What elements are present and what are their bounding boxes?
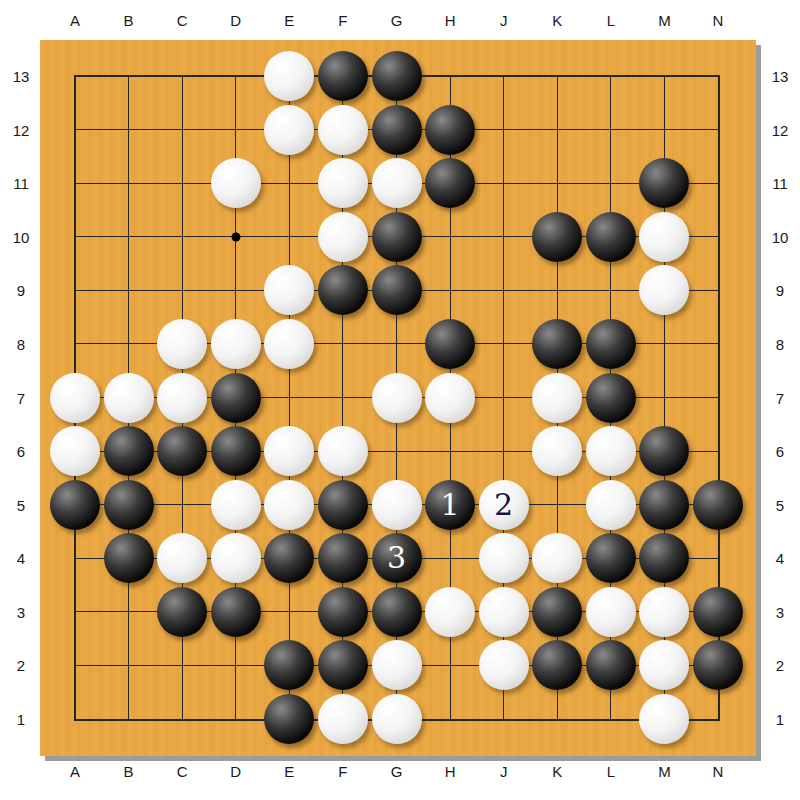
coord-label-bottom-F: F: [338, 763, 347, 780]
coord-label-left-5: 5: [17, 496, 25, 513]
stone-black-K2[interactable]: [532, 640, 582, 690]
stone-black-G12[interactable]: [372, 105, 422, 155]
coord-label-top-M: M: [658, 12, 671, 29]
stone-black-D3[interactable]: [211, 587, 261, 637]
stone-black-L7[interactable]: [586, 373, 636, 423]
coord-label-bottom-A: A: [70, 763, 80, 780]
stone-white-M1[interactable]: [639, 694, 689, 744]
stone-white-K6[interactable]: [532, 426, 582, 476]
stone-white-G11[interactable]: [372, 158, 422, 208]
move-number-2: 2: [494, 490, 513, 520]
coord-label-left-2: 2: [17, 657, 25, 674]
stone-white-H7[interactable]: [425, 373, 475, 423]
coord-label-bottom-K: K: [552, 763, 562, 780]
stone-white-L5[interactable]: [586, 480, 636, 530]
stone-black-H12[interactable]: [425, 105, 475, 155]
stone-black-E2[interactable]: [264, 640, 314, 690]
coord-label-right-8: 8: [776, 335, 784, 352]
coord-label-left-7: 7: [17, 389, 25, 406]
stone-white-M3[interactable]: [639, 587, 689, 637]
coord-label-bottom-D: D: [230, 763, 241, 780]
stone-black-K8[interactable]: [532, 319, 582, 369]
coord-label-bottom-N: N: [713, 763, 724, 780]
stone-black-F9[interactable]: [318, 265, 368, 315]
coord-label-bottom-B: B: [124, 763, 134, 780]
stone-black-H8[interactable]: [425, 319, 475, 369]
coord-label-top-L: L: [607, 12, 615, 29]
stone-white-G5[interactable]: [372, 480, 422, 530]
stone-black-F3[interactable]: [318, 587, 368, 637]
move-number-3: 3: [387, 543, 406, 573]
stone-white-F10[interactable]: [318, 212, 368, 262]
coord-label-top-E: E: [284, 12, 294, 29]
stone-white-H3[interactable]: [425, 587, 475, 637]
stone-white-B7[interactable]: [104, 373, 154, 423]
stone-white-K7[interactable]: [532, 373, 582, 423]
stone-white-J4[interactable]: [479, 533, 529, 583]
coord-label-top-K: K: [552, 12, 562, 29]
coord-label-top-C: C: [177, 12, 188, 29]
stone-black-N3[interactable]: [693, 587, 743, 637]
stone-black-M4[interactable]: [639, 533, 689, 583]
coord-label-left-13: 13: [13, 68, 30, 85]
stone-black-K10[interactable]: [532, 212, 582, 262]
coord-label-right-12: 12: [772, 121, 789, 138]
stone-black-B6[interactable]: [104, 426, 154, 476]
coord-label-top-G: G: [391, 12, 403, 29]
stone-black-N5[interactable]: [693, 480, 743, 530]
coord-label-bottom-E: E: [284, 763, 294, 780]
stone-black-L8[interactable]: [586, 319, 636, 369]
stone-black-G9[interactable]: [372, 265, 422, 315]
stone-white-G1[interactable]: [372, 694, 422, 744]
stone-black-F13[interactable]: [318, 51, 368, 101]
stone-black-L10[interactable]: [586, 212, 636, 262]
stone-white-E5[interactable]: [264, 480, 314, 530]
stone-black-C6[interactable]: [157, 426, 207, 476]
stone-white-E12[interactable]: [264, 105, 314, 155]
stone-black-A5[interactable]: [50, 480, 100, 530]
coord-label-right-4: 4: [776, 550, 784, 567]
coord-label-left-12: 12: [13, 121, 30, 138]
stone-white-M10[interactable]: [639, 212, 689, 262]
stone-black-G4[interactable]: 3: [372, 533, 422, 583]
stone-black-B5[interactable]: [104, 480, 154, 530]
coord-label-left-11: 11: [13, 175, 29, 192]
stone-white-D4[interactable]: [211, 533, 261, 583]
stone-white-M9[interactable]: [639, 265, 689, 315]
coord-label-top-N: N: [713, 12, 724, 29]
coord-label-bottom-L: L: [607, 763, 615, 780]
star-point-D10: [231, 232, 240, 241]
stone-white-J3[interactable]: [479, 587, 529, 637]
stone-white-F6[interactable]: [318, 426, 368, 476]
stone-white-A6[interactable]: [50, 426, 100, 476]
stone-white-G7[interactable]: [372, 373, 422, 423]
stone-black-F2[interactable]: [318, 640, 368, 690]
stone-white-D11[interactable]: [211, 158, 261, 208]
stone-black-G10[interactable]: [372, 212, 422, 262]
stone-white-K4[interactable]: [532, 533, 582, 583]
move-number-1: 1: [441, 490, 460, 520]
coord-label-right-9: 9: [776, 282, 784, 299]
stone-black-G3[interactable]: [372, 587, 422, 637]
stone-black-F5[interactable]: [318, 480, 368, 530]
coord-label-bottom-J: J: [500, 763, 508, 780]
coord-label-top-H: H: [445, 12, 456, 29]
stone-white-A7[interactable]: [50, 373, 100, 423]
coord-label-right-13: 13: [772, 68, 789, 85]
coord-label-bottom-G: G: [391, 763, 403, 780]
stone-black-F4[interactable]: [318, 533, 368, 583]
stone-black-E1[interactable]: [264, 694, 314, 744]
coord-label-right-2: 2: [776, 657, 784, 674]
stone-white-F12[interactable]: [318, 105, 368, 155]
stone-white-E13[interactable]: [264, 51, 314, 101]
coord-label-left-10: 10: [13, 228, 30, 245]
coord-label-left-9: 9: [17, 282, 25, 299]
stone-black-L2[interactable]: [586, 640, 636, 690]
coord-label-top-D: D: [230, 12, 241, 29]
stone-black-E4[interactable]: [264, 533, 314, 583]
coord-label-top-J: J: [500, 12, 508, 29]
stone-black-K3[interactable]: [532, 587, 582, 637]
stone-black-M11[interactable]: [639, 158, 689, 208]
stone-black-G13[interactable]: [372, 51, 422, 101]
stone-white-M2[interactable]: [639, 640, 689, 690]
coord-label-right-11: 11: [772, 175, 788, 192]
go-diagram-page: 123AABBCCDDEEFFGGHHJJKKLLMMNN13131212111…: [0, 0, 800, 800]
stone-white-J5[interactable]: 2: [479, 480, 529, 530]
stone-white-E6[interactable]: [264, 426, 314, 476]
coord-label-right-6: 6: [776, 443, 784, 460]
stone-white-F11[interactable]: [318, 158, 368, 208]
stone-white-F1[interactable]: [318, 694, 368, 744]
coord-label-left-3: 3: [17, 603, 25, 620]
stone-white-L6[interactable]: [586, 426, 636, 476]
coord-label-right-7: 7: [776, 389, 784, 406]
stone-white-C7[interactable]: [157, 373, 207, 423]
coord-label-top-B: B: [124, 12, 134, 29]
coord-label-left-8: 8: [17, 335, 25, 352]
stone-white-C4[interactable]: [157, 533, 207, 583]
stone-black-N2[interactable]: [693, 640, 743, 690]
stone-black-D6[interactable]: [211, 426, 261, 476]
coord-label-bottom-M: M: [658, 763, 671, 780]
stone-white-D8[interactable]: [211, 319, 261, 369]
coord-label-left-6: 6: [17, 443, 25, 460]
stone-white-E8[interactable]: [264, 319, 314, 369]
coord-label-right-3: 3: [776, 603, 784, 620]
coord-label-bottom-C: C: [177, 763, 188, 780]
coord-label-right-10: 10: [772, 228, 789, 245]
stone-white-D5[interactable]: [211, 480, 261, 530]
stone-black-H11[interactable]: [425, 158, 475, 208]
stone-white-J2[interactable]: [479, 640, 529, 690]
stone-black-L4[interactable]: [586, 533, 636, 583]
stone-black-D7[interactable]: [211, 373, 261, 423]
stone-black-M5[interactable]: [639, 480, 689, 530]
coord-label-right-5: 5: [776, 496, 784, 513]
coord-label-left-4: 4: [17, 550, 25, 567]
coord-label-top-F: F: [338, 12, 347, 29]
coord-label-top-A: A: [70, 12, 80, 29]
stone-black-B4[interactable]: [104, 533, 154, 583]
stone-white-E9[interactable]: [264, 265, 314, 315]
stone-white-L3[interactable]: [586, 587, 636, 637]
stone-white-C8[interactable]: [157, 319, 207, 369]
stone-black-M6[interactable]: [639, 426, 689, 476]
coord-label-bottom-H: H: [445, 763, 456, 780]
stone-white-G2[interactable]: [372, 640, 422, 690]
stone-black-H5[interactable]: 1: [425, 480, 475, 530]
stone-black-C3[interactable]: [157, 587, 207, 637]
coord-label-right-1: 1: [776, 711, 784, 728]
coord-label-left-1: 1: [17, 711, 25, 728]
